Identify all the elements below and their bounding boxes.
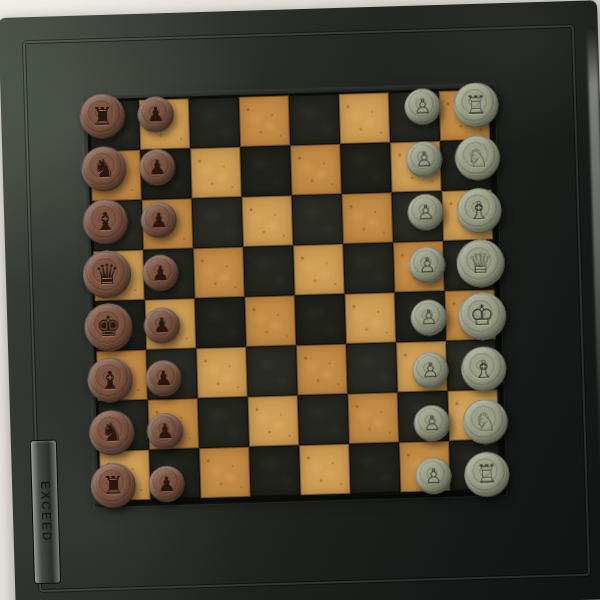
- square-c2[interactable]: ♙: [392, 191, 443, 242]
- square-g5[interactable]: [248, 395, 299, 446]
- square-g6[interactable]: [198, 397, 249, 448]
- piece-black-queen[interactable]: ♛: [82, 250, 131, 299]
- square-h1[interactable]: ♖: [449, 439, 500, 490]
- black-pawn-glyph: ♟: [153, 315, 172, 336]
- square-b8[interactable]: ♞: [90, 150, 141, 201]
- square-g7[interactable]: ♟: [148, 398, 199, 449]
- chess-board: ♜♟♙♖♞♟♙♘♝♟♙♗♛♟♙♕♚♟♙♔♝♟♙♗♞♟♙♘♜♟♙♖: [89, 90, 501, 502]
- white-knight-glyph: ♘: [466, 145, 489, 171]
- black-rook-glyph: ♜: [91, 103, 114, 129]
- piece-white-pawn[interactable]: ♙: [410, 299, 447, 336]
- square-f3[interactable]: [346, 342, 397, 393]
- black-queen-glyph: ♛: [94, 260, 120, 289]
- black-knight-glyph: ♞: [100, 420, 123, 446]
- black-pawn-glyph: ♟: [151, 263, 170, 284]
- square-h3[interactable]: [349, 442, 400, 493]
- square-a1[interactable]: ♖: [439, 90, 490, 141]
- black-pawn-glyph: ♟: [150, 210, 169, 231]
- board-frame: ♜♟♙♖♞♟♙♘♝♟♙♗♛♟♙♕♚♟♙♔♝♟♙♗♞♟♙♘♜♟♙♖ EXCEED: [0, 0, 600, 600]
- square-g4[interactable]: [298, 394, 349, 445]
- piece-black-pawn[interactable]: ♟: [147, 413, 184, 450]
- square-e2[interactable]: ♙: [395, 291, 446, 342]
- square-c6[interactable]: [192, 197, 243, 248]
- piece-black-rook[interactable]: ♜: [79, 93, 125, 139]
- square-e1[interactable]: ♔: [445, 289, 496, 340]
- piece-black-bishop[interactable]: ♝: [87, 357, 133, 403]
- square-b4[interactable]: [290, 144, 341, 195]
- white-pawn-glyph: ♙: [418, 255, 437, 276]
- piece-white-pawn[interactable]: ♙: [404, 88, 441, 125]
- white-pawn-glyph: ♙: [423, 413, 442, 434]
- square-c3[interactable]: [342, 192, 393, 243]
- piece-black-pawn[interactable]: ♟: [145, 360, 182, 397]
- exceed-plaque: EXCEED: [31, 440, 60, 583]
- white-bishop-glyph: ♗: [472, 356, 495, 382]
- black-pawn-glyph: ♟: [154, 368, 173, 389]
- square-e3[interactable]: [345, 292, 396, 343]
- square-f8[interactable]: ♝: [96, 350, 147, 401]
- piece-white-pawn[interactable]: ♙: [407, 194, 444, 231]
- square-h4[interactable]: [299, 444, 350, 495]
- square-f6[interactable]: [196, 347, 247, 398]
- square-a6[interactable]: [189, 97, 240, 148]
- black-pawn-glyph: ♟: [148, 157, 167, 178]
- square-g8[interactable]: ♞: [98, 400, 149, 451]
- white-queen-glyph: ♕: [468, 249, 494, 278]
- white-pawn-glyph: ♙: [424, 466, 443, 487]
- plaque-label: EXCEED: [38, 481, 54, 543]
- square-b3[interactable]: [340, 142, 391, 193]
- square-f2[interactable]: ♙: [396, 341, 447, 392]
- black-pawn-glyph: ♟: [157, 474, 176, 495]
- piece-black-pawn[interactable]: ♟: [148, 466, 185, 503]
- square-e8[interactable]: ♚: [95, 300, 146, 351]
- piece-white-pawn[interactable]: ♙: [406, 141, 443, 178]
- square-a2[interactable]: ♙: [389, 91, 440, 142]
- square-c8[interactable]: ♝: [92, 200, 143, 251]
- square-d1[interactable]: ♕: [443, 239, 494, 290]
- piece-black-knight[interactable]: ♞: [81, 146, 127, 192]
- background-wall: ♜♟♙♖♞♟♙♘♝♟♙♗♛♟♙♕♚♟♙♔♝♟♙♗♞♟♙♘♜♟♙♖ EXCEED: [0, 0, 600, 600]
- square-b1[interactable]: ♘: [440, 139, 491, 190]
- square-d4[interactable]: [293, 244, 344, 295]
- piece-black-pawn[interactable]: ♟: [143, 307, 180, 344]
- square-g2[interactable]: ♙: [398, 391, 449, 442]
- black-pawn-glyph: ♟: [156, 421, 175, 442]
- black-knight-glyph: ♞: [92, 156, 115, 182]
- piece-white-pawn[interactable]: ♙: [409, 246, 446, 283]
- square-h5[interactable]: [249, 445, 300, 496]
- piece-black-pawn[interactable]: ♟: [140, 202, 177, 239]
- square-a8[interactable]: ♜: [89, 100, 140, 151]
- square-e4[interactable]: [295, 294, 346, 345]
- piece-white-pawn[interactable]: ♙: [413, 405, 450, 442]
- black-rook-glyph: ♜: [102, 473, 125, 499]
- square-b5[interactable]: [240, 145, 291, 196]
- square-a4[interactable]: [289, 94, 340, 145]
- square-h8[interactable]: ♜: [99, 450, 150, 501]
- square-b6[interactable]: [190, 147, 241, 198]
- white-knight-glyph: ♘: [474, 409, 497, 435]
- square-c7[interactable]: ♟: [142, 198, 193, 249]
- square-c5[interactable]: [242, 195, 293, 246]
- square-f1[interactable]: ♗: [446, 339, 497, 390]
- square-d5[interactable]: [243, 245, 294, 296]
- square-a5[interactable]: [239, 95, 290, 146]
- square-b2[interactable]: ♙: [390, 141, 441, 192]
- square-c4[interactable]: [292, 194, 343, 245]
- square-f5[interactable]: [246, 345, 297, 396]
- white-bishop-glyph: ♗: [467, 198, 490, 224]
- white-pawn-glyph: ♙: [421, 360, 440, 381]
- piece-black-pawn[interactable]: ♟: [137, 96, 174, 133]
- square-h6[interactable]: [199, 447, 250, 498]
- square-a3[interactable]: [339, 92, 390, 143]
- piece-black-pawn[interactable]: ♟: [139, 149, 176, 186]
- white-pawn-glyph: ♙: [413, 96, 432, 117]
- white-pawn-glyph: ♙: [416, 202, 435, 223]
- square-f4[interactable]: [296, 344, 347, 395]
- black-pawn-glyph: ♟: [146, 104, 165, 125]
- square-d7[interactable]: ♟: [143, 248, 194, 299]
- black-bishop-glyph: ♝: [99, 367, 122, 393]
- square-e7[interactable]: ♟: [145, 298, 196, 349]
- piece-white-pawn[interactable]: ♙: [412, 352, 449, 389]
- square-a7[interactable]: ♟: [139, 98, 190, 149]
- piece-black-bishop[interactable]: ♝: [82, 199, 128, 245]
- white-rook-glyph: ♖: [464, 92, 487, 118]
- piece-black-pawn[interactable]: ♟: [142, 254, 179, 291]
- square-e6[interactable]: [195, 297, 246, 348]
- square-g1[interactable]: ♘: [448, 389, 499, 440]
- square-d2[interactable]: ♙: [393, 241, 444, 292]
- square-h2[interactable]: ♙: [399, 441, 450, 492]
- square-f7[interactable]: ♟: [146, 348, 197, 399]
- white-king-glyph: ♔: [469, 302, 495, 331]
- square-h7[interactable]: ♟: [149, 448, 200, 499]
- square-b7[interactable]: ♟: [140, 148, 191, 199]
- piece-black-knight[interactable]: ♞: [89, 410, 135, 456]
- black-bishop-glyph: ♝: [94, 209, 117, 235]
- square-d6[interactable]: [193, 247, 244, 298]
- white-pawn-glyph: ♙: [415, 149, 434, 170]
- square-e5[interactable]: [245, 295, 296, 346]
- square-g3[interactable]: [348, 392, 399, 443]
- black-king-glyph: ♚: [96, 313, 122, 342]
- frame-edge-highlight: [587, 28, 600, 489]
- square-d3[interactable]: [343, 242, 394, 293]
- piece-white-pawn[interactable]: ♙: [415, 458, 452, 495]
- square-d8[interactable]: ♛: [93, 250, 144, 301]
- white-pawn-glyph: ♙: [420, 308, 439, 329]
- white-rook-glyph: ♖: [475, 462, 498, 488]
- piece-black-king[interactable]: ♚: [84, 303, 133, 352]
- square-c1[interactable]: ♗: [442, 189, 493, 240]
